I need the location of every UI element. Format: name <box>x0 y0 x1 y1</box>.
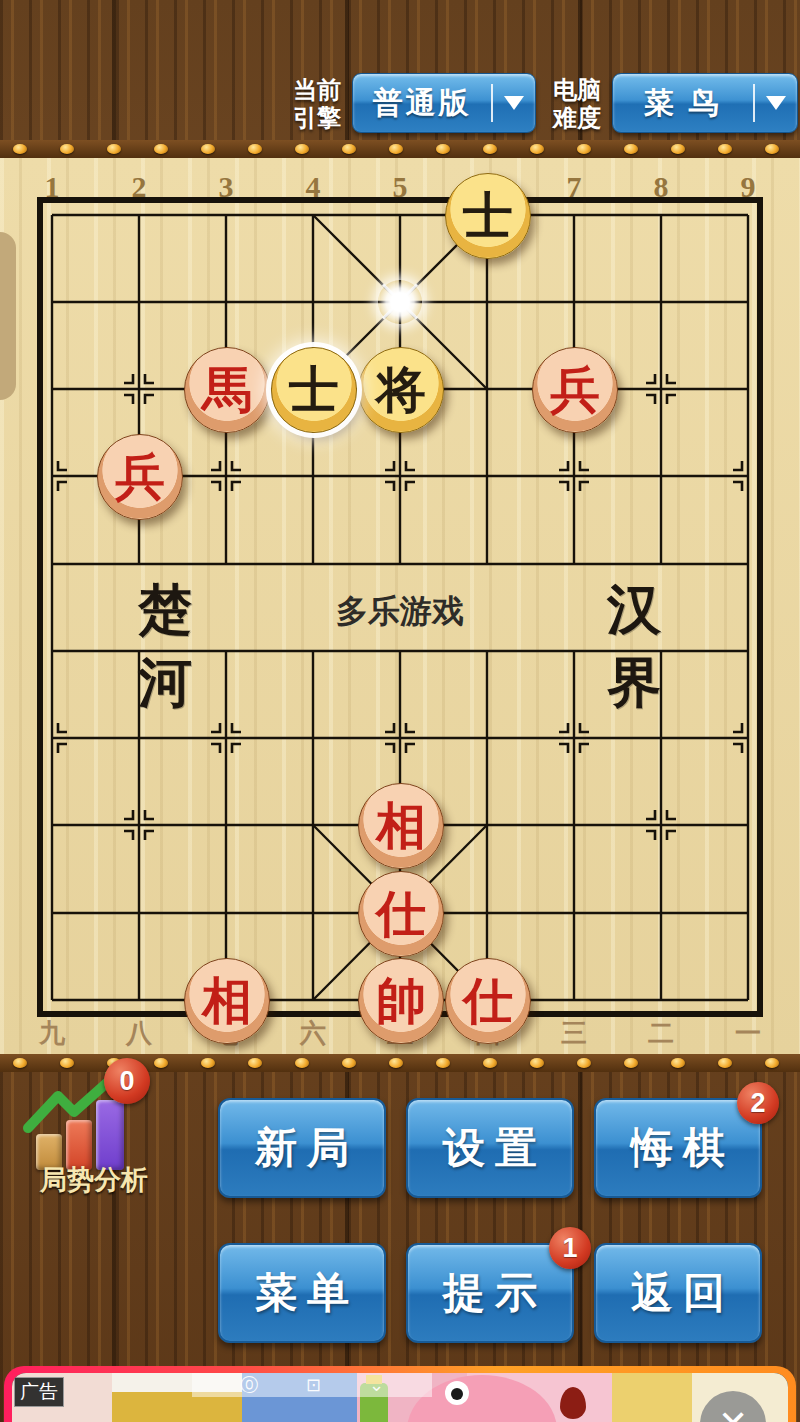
piece-black-士[interactable]: 士 <box>271 347 357 433</box>
stud-icon <box>60 1058 74 1068</box>
stud-icon <box>13 1058 27 1068</box>
stud-icon <box>530 1058 544 1068</box>
file-number-top: 1 <box>30 170 74 204</box>
stud-icon <box>342 1058 356 1068</box>
close-icon: ✕ <box>718 1403 748 1422</box>
engine-label-line2: 引擎 <box>283 104 351 132</box>
stud-icon <box>248 1058 262 1068</box>
difficulty-dropdown-value: 菜 鸟 <box>613 83 753 124</box>
file-number-top: 2 <box>117 170 161 204</box>
menu-button[interactable]: 菜单 <box>218 1243 386 1343</box>
difficulty-dropdown[interactable]: 菜 鸟 <box>612 73 798 133</box>
stud-icon <box>389 144 403 154</box>
analysis-button[interactable]: 0 局势分析 <box>22 1072 162 1197</box>
file-number-top: 7 <box>552 170 596 204</box>
stud-icon <box>624 1058 638 1068</box>
river-label-chuhe: 楚 河 <box>92 574 252 720</box>
difficulty-label-line2: 难度 <box>546 104 608 132</box>
stud-icon <box>765 1058 779 1068</box>
piece-red-兵[interactable]: 兵 <box>532 347 618 433</box>
stud-icon <box>248 144 262 154</box>
stud-icon <box>718 144 732 154</box>
piece-red-馬[interactable]: 馬 <box>184 347 270 433</box>
file-number-bottom: 九 <box>30 1016 74 1051</box>
stud-icon <box>154 1058 168 1068</box>
stud-icon <box>483 144 497 154</box>
watermark: 多乐游戏 <box>300 590 500 634</box>
piece-red-相[interactable]: 相 <box>358 783 444 869</box>
engine-dropdown[interactable]: 普通版 <box>352 73 536 133</box>
stud-icon <box>154 144 168 154</box>
stud-strip-top <box>0 140 800 158</box>
stud-icon <box>342 144 356 154</box>
stud-icon <box>295 1058 309 1068</box>
collapse-icon: ⌄ <box>369 1374 384 1396</box>
hint-button[interactable]: 提示 <box>406 1243 574 1343</box>
chevron-down-icon <box>504 96 524 110</box>
stud-icon <box>483 1058 497 1068</box>
piece-black-将[interactable]: 将 <box>358 347 444 433</box>
ad-video-yellow <box>612 1373 692 1422</box>
file-number-top: 5 <box>378 170 422 204</box>
timer-icon: ⓪ <box>240 1373 258 1397</box>
analysis-label: 局势分析 <box>18 1162 170 1198</box>
engine-dropdown-value: 普通版 <box>353 83 491 124</box>
stud-icon <box>577 144 591 154</box>
stud-icon <box>13 144 27 154</box>
piece-red-仕[interactable]: 仕 <box>445 958 531 1044</box>
undo-badge: 2 <box>737 1082 779 1124</box>
piece-red-帥[interactable]: 帥 <box>358 958 444 1044</box>
back-button[interactable]: 返回 <box>594 1243 762 1343</box>
stud-icon <box>436 144 450 154</box>
ad-content[interactable]: ⓪ ⊡ ⌄ 广告 ✕ <box>12 1373 788 1422</box>
analysis-badge: 0 <box>104 1058 150 1104</box>
stud-icon <box>765 144 779 154</box>
file-number-top: 9 <box>726 170 770 204</box>
file-number-bottom: 一 <box>726 1016 770 1051</box>
stud-icon <box>671 144 685 154</box>
file-number-top: 4 <box>291 170 335 204</box>
engine-label: 当前 引擎 <box>283 76 351 131</box>
ad-label: 广告 <box>14 1377 64 1407</box>
difficulty-dropdown-arrow-icon[interactable] <box>753 84 797 122</box>
piece-red-兵[interactable]: 兵 <box>97 434 183 520</box>
stud-icon <box>201 144 215 154</box>
pip-icon: ⊡ <box>306 1374 321 1396</box>
stud-icon <box>718 1058 732 1068</box>
stud-icon <box>201 1058 215 1068</box>
file-number-top: 3 <box>204 170 248 204</box>
file-number-bottom: 八 <box>117 1016 161 1051</box>
piece-red-相[interactable]: 相 <box>184 958 270 1044</box>
stud-icon <box>295 144 309 154</box>
stud-icon <box>624 144 638 154</box>
last-move-marker <box>378 280 422 324</box>
stud-icon <box>577 1058 591 1068</box>
engine-dropdown-arrow-icon[interactable] <box>491 84 535 122</box>
undo-button[interactable]: 悔棋 <box>594 1098 762 1198</box>
piece-red-仕[interactable]: 仕 <box>358 871 444 957</box>
settings-button[interactable]: 设置 <box>406 1098 574 1198</box>
difficulty-label-line1: 电脑 <box>546 76 608 104</box>
stud-icon <box>530 144 544 154</box>
file-number-bottom: 六 <box>291 1016 335 1051</box>
engine-label-line1: 当前 <box>283 76 351 104</box>
file-number-bottom: 二 <box>639 1016 683 1051</box>
ad-overlay-icons: ⓪ ⊡ ⌄ <box>192 1373 432 1397</box>
stud-icon <box>436 1058 450 1068</box>
stud-icon <box>389 1058 403 1068</box>
file-number-bottom: 三 <box>552 1016 596 1051</box>
stud-icon <box>60 144 74 154</box>
ad-banner[interactable]: ⓪ ⊡ ⌄ 广告 ✕ <box>4 1366 796 1422</box>
river-label-hanjie: 汉 界 <box>552 574 742 720</box>
red-drop-icon <box>560 1387 586 1419</box>
piece-black-士[interactable]: 士 <box>445 173 531 259</box>
edge-handle <box>0 232 16 400</box>
pig-eye-image <box>445 1381 469 1405</box>
new-game-button[interactable]: 新局 <box>218 1098 386 1198</box>
stud-icon <box>107 144 121 154</box>
file-number-top: 8 <box>639 170 683 204</box>
stud-icon <box>671 1058 685 1068</box>
app-screen: 当前 引擎 普通版 电脑 难度 菜 鸟 123456789 九八七六五四三二一 … <box>0 0 800 1422</box>
chevron-down-icon <box>766 96 786 110</box>
difficulty-label: 电脑 难度 <box>546 76 608 131</box>
hint-badge: 1 <box>549 1227 591 1269</box>
